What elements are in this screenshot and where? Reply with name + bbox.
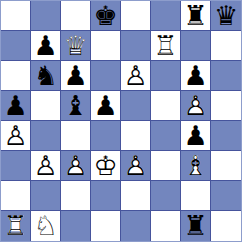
square-b5[interactable] — [31, 91, 61, 121]
square-f7[interactable]: ♜♖ — [151, 31, 181, 61]
square-g1[interactable]: ♜ — [181, 211, 211, 241]
square-c8[interactable] — [61, 1, 91, 31]
white-pawn-outline: ♙ — [1, 121, 30, 150]
black-rook-glyph: ♜ — [181, 1, 210, 30]
white-pawn-outline: ♙ — [181, 91, 210, 120]
square-a7[interactable] — [1, 31, 31, 61]
square-e4[interactable] — [121, 121, 151, 151]
square-d4[interactable] — [91, 121, 121, 151]
piece-white-rook[interactable]: ♜♖ — [151, 31, 180, 60]
square-b2[interactable] — [31, 181, 61, 211]
black-pawn-glyph: ♟ — [181, 121, 210, 150]
square-a5[interactable]: ♟ — [1, 91, 31, 121]
square-e6[interactable]: ♟♙ — [121, 61, 151, 91]
square-d6[interactable] — [91, 61, 121, 91]
square-c3[interactable]: ♟♙ — [61, 151, 91, 181]
piece-black-pawn[interactable]: ♟ — [91, 91, 120, 120]
piece-white-pawn[interactable]: ♟♙ — [31, 151, 60, 180]
square-g4[interactable]: ♟ — [181, 121, 211, 151]
square-f4[interactable] — [151, 121, 181, 151]
white-king-outline: ♔ — [91, 151, 120, 180]
piece-black-bishop[interactable]: ♝ — [61, 91, 90, 120]
square-h1[interactable] — [211, 211, 241, 241]
square-e3[interactable]: ♟♙ — [121, 151, 151, 181]
white-rook-outline: ♖ — [1, 211, 30, 241]
square-g7[interactable] — [181, 31, 211, 61]
black-rook-glyph: ♜ — [181, 211, 210, 241]
black-bishop-glyph: ♝ — [61, 91, 90, 120]
square-c6[interactable]: ♟ — [61, 61, 91, 91]
square-a2[interactable] — [1, 181, 31, 211]
piece-white-knight[interactable]: ♞♘ — [31, 211, 60, 241]
piece-white-queen[interactable]: ♛♕ — [61, 31, 90, 60]
piece-black-queen[interactable]: ♛ — [211, 1, 241, 30]
square-d3[interactable]: ♚♔ — [91, 151, 121, 181]
square-h2[interactable] — [211, 181, 241, 211]
square-d7[interactable] — [91, 31, 121, 61]
black-pawn-glyph: ♟ — [61, 61, 90, 90]
piece-black-rook[interactable]: ♜ — [181, 1, 210, 30]
white-pawn-outline: ♙ — [121, 151, 150, 180]
square-b8[interactable] — [31, 1, 61, 31]
piece-black-king[interactable]: ♚ — [91, 1, 120, 30]
square-e1[interactable] — [121, 211, 151, 241]
piece-black-pawn[interactable]: ♟ — [31, 31, 60, 60]
square-b1[interactable]: ♞♘ — [31, 211, 61, 241]
square-g3[interactable]: ♝♗ — [181, 151, 211, 181]
white-bishop-outline: ♗ — [181, 151, 210, 180]
black-king-glyph: ♚ — [91, 1, 120, 30]
square-a8[interactable] — [1, 1, 31, 31]
white-knight-outline: ♘ — [31, 211, 60, 241]
square-h7[interactable] — [211, 31, 241, 61]
square-h3[interactable] — [211, 151, 241, 181]
square-f3[interactable] — [151, 151, 181, 181]
square-d8[interactable]: ♚ — [91, 1, 121, 31]
square-c7[interactable]: ♛♕ — [61, 31, 91, 61]
square-a6[interactable] — [1, 61, 31, 91]
white-rook-outline: ♖ — [151, 31, 180, 60]
piece-black-pawn[interactable]: ♟ — [61, 61, 90, 90]
piece-black-pawn[interactable]: ♟ — [181, 61, 210, 90]
square-d5[interactable]: ♟ — [91, 91, 121, 121]
square-a1[interactable]: ♜♖ — [1, 211, 31, 241]
piece-white-pawn[interactable]: ♟♙ — [181, 91, 210, 120]
white-pawn-outline: ♙ — [31, 151, 60, 180]
piece-white-pawn[interactable]: ♟♙ — [1, 121, 30, 150]
square-e5[interactable] — [121, 91, 151, 121]
square-c2[interactable] — [61, 181, 91, 211]
piece-black-knight[interactable]: ♞ — [31, 61, 60, 90]
square-h6[interactable] — [211, 61, 241, 91]
black-pawn-glyph: ♟ — [91, 91, 120, 120]
square-d1[interactable] — [91, 211, 121, 241]
piece-black-rook[interactable]: ♜ — [181, 211, 210, 241]
square-e8[interactable] — [121, 1, 151, 31]
square-b7[interactable]: ♟ — [31, 31, 61, 61]
white-pawn-outline: ♙ — [61, 151, 90, 180]
piece-white-pawn[interactable]: ♟♙ — [61, 151, 90, 180]
white-pawn-outline: ♙ — [121, 61, 150, 90]
black-pawn-glyph: ♟ — [1, 91, 30, 120]
square-a3[interactable] — [1, 151, 31, 181]
square-c1[interactable] — [61, 211, 91, 241]
square-h4[interactable] — [211, 121, 241, 151]
square-c4[interactable] — [61, 121, 91, 151]
square-f6[interactable] — [151, 61, 181, 91]
piece-white-rook[interactable]: ♜♖ — [1, 211, 30, 241]
square-a4[interactable]: ♟♙ — [1, 121, 31, 151]
square-f5[interactable] — [151, 91, 181, 121]
piece-white-king[interactable]: ♚♔ — [91, 151, 120, 180]
black-pawn-glyph: ♟ — [181, 61, 210, 90]
square-e2[interactable] — [121, 181, 151, 211]
piece-white-pawn[interactable]: ♟♙ — [121, 61, 150, 90]
square-g6[interactable]: ♟ — [181, 61, 211, 91]
square-g2[interactable] — [181, 181, 211, 211]
square-g8[interactable]: ♜ — [181, 1, 211, 31]
square-g5[interactable]: ♟♙ — [181, 91, 211, 121]
piece-white-bishop[interactable]: ♝♗ — [181, 151, 210, 180]
square-h5[interactable] — [211, 91, 241, 121]
square-e7[interactable] — [121, 31, 151, 61]
white-queen-outline: ♕ — [61, 31, 90, 60]
square-b6[interactable]: ♞ — [31, 61, 61, 91]
square-c5[interactable]: ♝ — [61, 91, 91, 121]
square-b3[interactable]: ♟♙ — [31, 151, 61, 181]
chess-board: ♚♜♛♟♛♕♜♖♞♟♟♙♟♟♝♟♟♙♟♙♟♟♙♟♙♚♔♟♙♝♗♜♖♞♘♜ — [0, 0, 242, 242]
black-queen-glyph: ♛ — [211, 1, 241, 30]
square-f8[interactable] — [151, 1, 181, 31]
square-f1[interactable] — [151, 211, 181, 241]
square-d2[interactable] — [91, 181, 121, 211]
square-f2[interactable] — [151, 181, 181, 211]
black-knight-glyph: ♞ — [31, 61, 60, 90]
square-h8[interactable]: ♛ — [211, 1, 241, 31]
piece-black-pawn[interactable]: ♟ — [181, 121, 210, 150]
black-pawn-glyph: ♟ — [31, 31, 60, 60]
square-b4[interactable] — [31, 121, 61, 151]
piece-black-pawn[interactable]: ♟ — [1, 91, 30, 120]
piece-white-pawn[interactable]: ♟♙ — [121, 151, 150, 180]
